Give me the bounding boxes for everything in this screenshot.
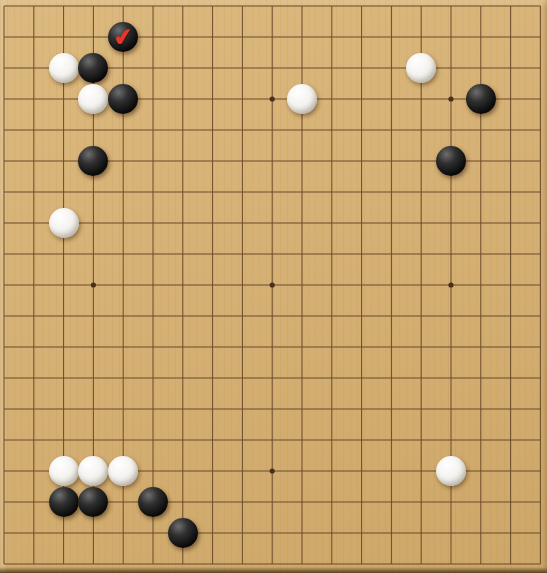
hoshi-point bbox=[448, 96, 453, 101]
stone-white bbox=[108, 456, 138, 486]
stone-black bbox=[466, 84, 496, 114]
board-grid bbox=[0, 0, 547, 573]
stone-black bbox=[138, 487, 168, 517]
hoshi-point bbox=[448, 282, 453, 287]
stone-white bbox=[49, 208, 79, 238]
go-board[interactable]: ✔ bbox=[0, 0, 547, 573]
stone-black bbox=[49, 487, 79, 517]
hoshi-point bbox=[270, 468, 275, 473]
stone-black bbox=[168, 518, 198, 548]
stone-black bbox=[436, 146, 466, 176]
stone-white bbox=[49, 53, 79, 83]
stone-white bbox=[287, 84, 317, 114]
stone-black bbox=[108, 84, 138, 114]
stone-white bbox=[436, 456, 466, 486]
stone-white bbox=[406, 53, 436, 83]
stone-black bbox=[108, 22, 138, 52]
hoshi-point bbox=[91, 282, 96, 287]
stone-white bbox=[49, 456, 79, 486]
hoshi-point bbox=[270, 96, 275, 101]
hoshi-point bbox=[270, 282, 275, 287]
